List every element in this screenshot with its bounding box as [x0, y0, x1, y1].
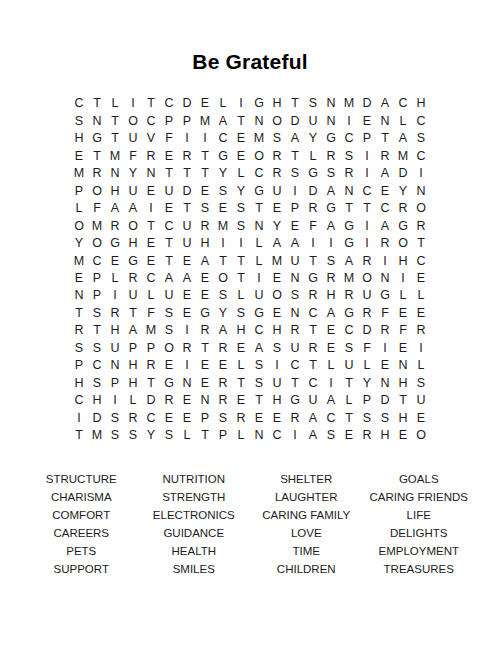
grid-cell-r12c9[interactable]: S — [214, 287, 232, 304]
grid-cell-r7c20[interactable]: O — [412, 200, 430, 217]
grid-cell-r11c5[interactable]: C — [142, 270, 160, 287]
grid-cell-r13c12[interactable]: E — [268, 304, 286, 321]
grid-cell-r5c12[interactable]: R — [268, 165, 286, 182]
grid-cell-r19c1[interactable]: I — [70, 409, 88, 426]
grid-cell-r16c4[interactable]: H — [124, 357, 142, 374]
grid-cell-r9c7[interactable]: U — [178, 235, 196, 252]
grid-cell-r14c19[interactable]: F — [394, 322, 412, 339]
grid-cell-r1c16[interactable]: M — [340, 95, 358, 112]
grid-cell-r4c12[interactable]: R — [268, 147, 286, 164]
grid-cell-r20c13[interactable]: I — [286, 427, 304, 444]
grid-cell-r20c15[interactable]: S — [322, 427, 340, 444]
grid-cell-r4c2[interactable]: T — [88, 147, 106, 164]
grid-cell-r11c13[interactable]: N — [286, 270, 304, 287]
grid-cell-r15c18[interactable]: I — [376, 339, 394, 356]
grid-cell-r14c3[interactable]: H — [106, 322, 124, 339]
grid-cell-r9c6[interactable]: T — [160, 235, 178, 252]
grid-cell-r4c14[interactable]: L — [304, 147, 322, 164]
grid-cell-r14c11[interactable]: C — [250, 322, 268, 339]
grid-cell-r7c10[interactable]: S — [232, 200, 250, 217]
grid-cell-r1c2[interactable]: T — [88, 95, 106, 112]
grid-cell-r16c7[interactable]: I — [178, 357, 196, 374]
grid-cell-r8c7[interactable]: U — [178, 217, 196, 234]
grid-cell-r3c19[interactable]: A — [394, 130, 412, 147]
grid-cell-r8c13[interactable]: E — [286, 217, 304, 234]
grid-cell-r10c17[interactable]: R — [358, 252, 376, 269]
grid-cell-r13c17[interactable]: R — [358, 304, 376, 321]
grid-cell-r17c16[interactable]: T — [340, 374, 358, 391]
grid-cell-r14c15[interactable]: E — [322, 322, 340, 339]
grid-cell-r8c6[interactable]: C — [160, 217, 178, 234]
grid-cell-r12c13[interactable]: S — [286, 287, 304, 304]
grid-cell-r9c9[interactable]: I — [214, 235, 232, 252]
grid-cell-r5c6[interactable]: T — [160, 165, 178, 182]
grid-cell-r20c1[interactable]: T — [70, 427, 88, 444]
grid-cell-r17c17[interactable]: Y — [358, 374, 376, 391]
grid-cell-r16c3[interactable]: N — [106, 357, 124, 374]
grid-cell-r19c16[interactable]: T — [340, 409, 358, 426]
grid-cell-r4c13[interactable]: T — [286, 147, 304, 164]
grid-cell-r2c6[interactable]: P — [160, 112, 178, 129]
grid-cell-r8c19[interactable]: G — [394, 217, 412, 234]
grid-cell-r7c12[interactable]: E — [268, 200, 286, 217]
grid-cell-r6c5[interactable]: E — [142, 182, 160, 199]
grid-cell-r6c4[interactable]: U — [124, 182, 142, 199]
grid-cell-r13c10[interactable]: S — [232, 304, 250, 321]
grid-cell-r12c4[interactable]: U — [124, 287, 142, 304]
grid-cell-r6c1[interactable]: P — [70, 182, 88, 199]
grid-cell-r10c7[interactable]: E — [178, 252, 196, 269]
grid-cell-r5c19[interactable]: D — [394, 165, 412, 182]
grid-cell-r3c4[interactable]: U — [124, 130, 142, 147]
grid-cell-r11c20[interactable]: E — [412, 270, 430, 287]
grid-cell-r5c10[interactable]: L — [232, 165, 250, 182]
grid-cell-r16c9[interactable]: E — [214, 357, 232, 374]
grid-cell-r1c5[interactable]: T — [142, 95, 160, 112]
grid-cell-r2c8[interactable]: M — [196, 112, 214, 129]
grid-cell-r16c14[interactable]: T — [304, 357, 322, 374]
grid-cell-r15c6[interactable]: O — [160, 339, 178, 356]
grid-cell-r19c17[interactable]: S — [358, 409, 376, 426]
grid-cell-r5c17[interactable]: I — [358, 165, 376, 182]
grid-cell-r10c13[interactable]: U — [286, 252, 304, 269]
grid-cell-r10c9[interactable]: T — [214, 252, 232, 269]
grid-cell-r19c8[interactable]: P — [196, 409, 214, 426]
grid-cell-r4c1[interactable]: E — [70, 147, 88, 164]
grid-cell-r13c9[interactable]: Y — [214, 304, 232, 321]
grid-cell-r12c20[interactable]: L — [412, 287, 430, 304]
grid-cell-r18c12[interactable]: H — [268, 392, 286, 409]
grid-cell-r2c20[interactable]: C — [412, 112, 430, 129]
grid-cell-r15c5[interactable]: P — [142, 339, 160, 356]
grid-cell-r7c13[interactable]: P — [286, 200, 304, 217]
grid-cell-r6c17[interactable]: C — [358, 182, 376, 199]
grid-cell-r20c19[interactable]: E — [394, 427, 412, 444]
grid-cell-r8c3[interactable]: R — [106, 217, 124, 234]
grid-cell-r11c16[interactable]: M — [340, 270, 358, 287]
grid-cell-r15c3[interactable]: U — [106, 339, 124, 356]
grid-cell-r16c10[interactable]: L — [232, 357, 250, 374]
grid-cell-r6c2[interactable]: O — [88, 182, 106, 199]
grid-cell-r3c8[interactable]: I — [196, 130, 214, 147]
grid-cell-r6c6[interactable]: U — [160, 182, 178, 199]
grid-cell-r15c14[interactable]: R — [304, 339, 322, 356]
grid-cell-r13c8[interactable]: G — [196, 304, 214, 321]
grid-cell-r11c10[interactable]: T — [232, 270, 250, 287]
grid-cell-r3c1[interactable]: H — [70, 130, 88, 147]
grid-cell-r14c13[interactable]: R — [286, 322, 304, 339]
grid-cell-r16c18[interactable]: E — [376, 357, 394, 374]
grid-cell-r1c4[interactable]: I — [124, 95, 142, 112]
grid-cell-r8c10[interactable]: S — [232, 217, 250, 234]
grid-cell-r7c11[interactable]: T — [250, 200, 268, 217]
grid-cell-r8c4[interactable]: O — [124, 217, 142, 234]
grid-cell-r14c20[interactable]: R — [412, 322, 430, 339]
grid-cell-r4c19[interactable]: M — [394, 147, 412, 164]
grid-cell-r12c16[interactable]: R — [340, 287, 358, 304]
grid-cell-r4c16[interactable]: S — [340, 147, 358, 164]
grid-cell-r19c14[interactable]: A — [304, 409, 322, 426]
grid-cell-r7c17[interactable]: T — [358, 200, 376, 217]
grid-cell-r2c1[interactable]: S — [70, 112, 88, 129]
grid-cell-r2c4[interactable]: O — [124, 112, 142, 129]
grid-cell-r6c9[interactable]: S — [214, 182, 232, 199]
grid-cell-r13c6[interactable]: S — [160, 304, 178, 321]
grid-cell-r3c14[interactable]: Y — [304, 130, 322, 147]
grid-cell-r9c5[interactable]: E — [142, 235, 160, 252]
grid-cell-r1c7[interactable]: D — [178, 95, 196, 112]
grid-cell-r7c4[interactable]: A — [124, 200, 142, 217]
grid-cell-r4c10[interactable]: E — [232, 147, 250, 164]
grid-cell-r15c15[interactable]: E — [322, 339, 340, 356]
grid-cell-r15c11[interactable]: A — [250, 339, 268, 356]
grid-cell-r16c13[interactable]: C — [286, 357, 304, 374]
grid-cell-r7c8[interactable]: S — [196, 200, 214, 217]
grid-cell-r14c6[interactable]: S — [160, 322, 178, 339]
grid-cell-r14c4[interactable]: A — [124, 322, 142, 339]
grid-cell-r10c18[interactable]: I — [376, 252, 394, 269]
grid-cell-r20c5[interactable]: Y — [142, 427, 160, 444]
grid-cell-r10c2[interactable]: C — [88, 252, 106, 269]
grid-cell-r6c15[interactable]: A — [322, 182, 340, 199]
grid-cell-r6c18[interactable]: E — [376, 182, 394, 199]
grid-cell-r8c17[interactable]: I — [358, 217, 376, 234]
grid-cell-r20c18[interactable]: H — [376, 427, 394, 444]
grid-cell-r18c5[interactable]: D — [142, 392, 160, 409]
grid-cell-r2c11[interactable]: N — [250, 112, 268, 129]
grid-cell-r2c10[interactable]: T — [232, 112, 250, 129]
grid-cell-r7c6[interactable]: E — [160, 200, 178, 217]
grid-cell-r6c13[interactable]: I — [286, 182, 304, 199]
grid-cell-r6c20[interactable]: N — [412, 182, 430, 199]
grid-cell-r18c10[interactable]: E — [232, 392, 250, 409]
grid-cell-r20c14[interactable]: A — [304, 427, 322, 444]
grid-cell-r4c17[interactable]: I — [358, 147, 376, 164]
grid-cell-r4c3[interactable]: M — [106, 147, 124, 164]
grid-cell-r18c16[interactable]: L — [340, 392, 358, 409]
grid-cell-r17c10[interactable]: T — [232, 374, 250, 391]
grid-cell-r10c16[interactable]: A — [340, 252, 358, 269]
grid-cell-r1c20[interactable]: H — [412, 95, 430, 112]
grid-cell-r5c15[interactable]: S — [322, 165, 340, 182]
grid-cell-r20c6[interactable]: S — [160, 427, 178, 444]
grid-cell-r12c10[interactable]: L — [232, 287, 250, 304]
grid-cell-r6c8[interactable]: E — [196, 182, 214, 199]
grid-cell-r13c3[interactable]: R — [106, 304, 124, 321]
grid-cell-r3c17[interactable]: P — [358, 130, 376, 147]
grid-cell-r17c14[interactable]: C — [304, 374, 322, 391]
grid-cell-r16c11[interactable]: S — [250, 357, 268, 374]
grid-cell-r9c2[interactable]: O — [88, 235, 106, 252]
grid-cell-r18c1[interactable]: C — [70, 392, 88, 409]
grid-cell-r15c7[interactable]: R — [178, 339, 196, 356]
grid-cell-r1c6[interactable]: C — [160, 95, 178, 112]
grid-cell-r12c5[interactable]: L — [142, 287, 160, 304]
grid-cell-r2c17[interactable]: E — [358, 112, 376, 129]
grid-cell-r10c3[interactable]: E — [106, 252, 124, 269]
grid-cell-r11c7[interactable]: A — [178, 270, 196, 287]
grid-cell-r7c3[interactable]: A — [106, 200, 124, 217]
grid-cell-r14c5[interactable]: M — [142, 322, 160, 339]
grid-cell-r12c11[interactable]: U — [250, 287, 268, 304]
grid-cell-r11c11[interactable]: I — [250, 270, 268, 287]
grid-cell-r9c4[interactable]: H — [124, 235, 142, 252]
grid-cell-r4c6[interactable]: E — [160, 147, 178, 164]
grid-cell-r16c20[interactable]: L — [412, 357, 430, 374]
grid-cell-r5c1[interactable]: M — [70, 165, 88, 182]
grid-cell-r11c4[interactable]: R — [124, 270, 142, 287]
grid-cell-r11c14[interactable]: G — [304, 270, 322, 287]
grid-cell-r1c14[interactable]: S — [304, 95, 322, 112]
grid-cell-r15c20[interactable]: I — [412, 339, 430, 356]
grid-cell-r10c4[interactable]: G — [124, 252, 142, 269]
grid-cell-r10c14[interactable]: T — [304, 252, 322, 269]
grid-cell-r5c18[interactable]: A — [376, 165, 394, 182]
grid-cell-r4c18[interactable]: R — [376, 147, 394, 164]
grid-cell-r14c7[interactable]: I — [178, 322, 196, 339]
grid-cell-r5c7[interactable]: T — [178, 165, 196, 182]
grid-cell-r9c12[interactable]: A — [268, 235, 286, 252]
grid-cell-r4c20[interactable]: C — [412, 147, 430, 164]
grid-cell-r7c19[interactable]: R — [394, 200, 412, 217]
grid-cell-r15c9[interactable]: R — [214, 339, 232, 356]
grid-cell-r3c18[interactable]: T — [376, 130, 394, 147]
grid-cell-r8c2[interactable]: M — [88, 217, 106, 234]
grid-cell-r1c1[interactable]: C — [70, 95, 88, 112]
grid-cell-r4c8[interactable]: T — [196, 147, 214, 164]
grid-cell-r19c15[interactable]: C — [322, 409, 340, 426]
grid-cell-r8c16[interactable]: G — [340, 217, 358, 234]
grid-cell-r19c6[interactable]: E — [160, 409, 178, 426]
grid-cell-r19c10[interactable]: R — [232, 409, 250, 426]
grid-cell-r9c8[interactable]: H — [196, 235, 214, 252]
grid-cell-r16c16[interactable]: U — [340, 357, 358, 374]
grid-cell-r13c13[interactable]: N — [286, 304, 304, 321]
grid-cell-r17c6[interactable]: G — [160, 374, 178, 391]
grid-cell-r16c6[interactable]: E — [160, 357, 178, 374]
grid-cell-r11c2[interactable]: P — [88, 270, 106, 287]
grid-cell-r5c16[interactable]: R — [340, 165, 358, 182]
grid-cell-r1c12[interactable]: H — [268, 95, 286, 112]
grid-cell-r9c16[interactable]: G — [340, 235, 358, 252]
grid-cell-r11c9[interactable]: O — [214, 270, 232, 287]
grid-cell-r10c6[interactable]: T — [160, 252, 178, 269]
grid-cell-r13c14[interactable]: C — [304, 304, 322, 321]
grid-cell-r9c14[interactable]: I — [304, 235, 322, 252]
grid-cell-r13c1[interactable]: T — [70, 304, 88, 321]
grid-cell-r13c19[interactable]: E — [394, 304, 412, 321]
grid-cell-r3c11[interactable]: M — [250, 130, 268, 147]
grid-cell-r6c11[interactable]: G — [250, 182, 268, 199]
grid-cell-r3c13[interactable]: A — [286, 130, 304, 147]
grid-cell-r15c10[interactable]: E — [232, 339, 250, 356]
grid-cell-r3c9[interactable]: C — [214, 130, 232, 147]
grid-cell-r20c7[interactable]: L — [178, 427, 196, 444]
grid-cell-r19c3[interactable]: S — [106, 409, 124, 426]
grid-cell-r3c3[interactable]: T — [106, 130, 124, 147]
grid-cell-r4c11[interactable]: O — [250, 147, 268, 164]
grid-cell-r10c11[interactable]: L — [250, 252, 268, 269]
grid-cell-r9c20[interactable]: T — [412, 235, 430, 252]
grid-cell-r17c1[interactable]: H — [70, 374, 88, 391]
grid-cell-r5c2[interactable]: R — [88, 165, 106, 182]
grid-cell-r16c5[interactable]: R — [142, 357, 160, 374]
grid-cell-r10c12[interactable]: M — [268, 252, 286, 269]
grid-cell-r2c3[interactable]: T — [106, 112, 124, 129]
grid-cell-r18c19[interactable]: T — [394, 392, 412, 409]
grid-cell-r13c20[interactable]: E — [412, 304, 430, 321]
grid-cell-r16c17[interactable]: L — [358, 357, 376, 374]
grid-cell-r2c19[interactable]: L — [394, 112, 412, 129]
grid-cell-r18c11[interactable]: T — [250, 392, 268, 409]
grid-cell-r6c3[interactable]: H — [106, 182, 124, 199]
grid-cell-r19c9[interactable]: S — [214, 409, 232, 426]
grid-cell-r15c2[interactable]: S — [88, 339, 106, 356]
grid-cell-r12c1[interactable]: N — [70, 287, 88, 304]
grid-cell-r6c7[interactable]: D — [178, 182, 196, 199]
grid-cell-r3c7[interactable]: I — [178, 130, 196, 147]
grid-cell-r9c19[interactable]: O — [394, 235, 412, 252]
grid-cell-r2c14[interactable]: U — [304, 112, 322, 129]
grid-cell-r14c17[interactable]: D — [358, 322, 376, 339]
grid-cell-r1c10[interactable]: I — [232, 95, 250, 112]
grid-cell-r17c2[interactable]: S — [88, 374, 106, 391]
grid-cell-r7c16[interactable]: T — [340, 200, 358, 217]
grid-cell-r20c16[interactable]: E — [340, 427, 358, 444]
grid-cell-r2c2[interactable]: N — [88, 112, 106, 129]
grid-cell-r10c1[interactable]: M — [70, 252, 88, 269]
grid-cell-r11c18[interactable]: N — [376, 270, 394, 287]
grid-cell-r12c6[interactable]: U — [160, 287, 178, 304]
grid-cell-r14c18[interactable]: R — [376, 322, 394, 339]
grid-cell-r3c12[interactable]: S — [268, 130, 286, 147]
grid-cell-r14c9[interactable]: A — [214, 322, 232, 339]
grid-cell-r1c9[interactable]: L — [214, 95, 232, 112]
grid-cell-r2c18[interactable]: N — [376, 112, 394, 129]
grid-cell-r5c5[interactable]: N — [142, 165, 160, 182]
grid-cell-r4c4[interactable]: F — [124, 147, 142, 164]
grid-cell-r13c16[interactable]: G — [340, 304, 358, 321]
grid-cell-r19c5[interactable]: C — [142, 409, 160, 426]
grid-cell-r8c18[interactable]: A — [376, 217, 394, 234]
grid-cell-r7c18[interactable]: C — [376, 200, 394, 217]
grid-cell-r18c14[interactable]: U — [304, 392, 322, 409]
grid-cell-r1c18[interactable]: A — [376, 95, 394, 112]
grid-cell-r14c1[interactable]: R — [70, 322, 88, 339]
grid-cell-r12c12[interactable]: O — [268, 287, 286, 304]
grid-cell-r14c8[interactable]: R — [196, 322, 214, 339]
grid-cell-r20c10[interactable]: L — [232, 427, 250, 444]
grid-cell-r15c17[interactable]: F — [358, 339, 376, 356]
grid-cell-r13c2[interactable]: S — [88, 304, 106, 321]
grid-cell-r13c18[interactable]: F — [376, 304, 394, 321]
grid-cell-r20c8[interactable]: T — [196, 427, 214, 444]
grid-cell-r20c3[interactable]: S — [106, 427, 124, 444]
grid-cell-r9c10[interactable]: I — [232, 235, 250, 252]
grid-cell-r20c2[interactable]: M — [88, 427, 106, 444]
grid-cell-r11c3[interactable]: L — [106, 270, 124, 287]
grid-cell-r19c20[interactable]: E — [412, 409, 430, 426]
grid-cell-r7c1[interactable]: L — [70, 200, 88, 217]
grid-cell-r5c8[interactable]: T — [196, 165, 214, 182]
grid-cell-r11c17[interactable]: O — [358, 270, 376, 287]
grid-cell-r3c15[interactable]: G — [322, 130, 340, 147]
grid-cell-r5c9[interactable]: Y — [214, 165, 232, 182]
grid-cell-r13c4[interactable]: T — [124, 304, 142, 321]
grid-cell-r17c5[interactable]: T — [142, 374, 160, 391]
grid-cell-r18c9[interactable]: R — [214, 392, 232, 409]
grid-cell-r15c16[interactable]: S — [340, 339, 358, 356]
grid-cell-r13c15[interactable]: A — [322, 304, 340, 321]
grid-cell-r20c11[interactable]: N — [250, 427, 268, 444]
grid-cell-r6c16[interactable]: N — [340, 182, 358, 199]
grid-cell-r9c17[interactable]: I — [358, 235, 376, 252]
grid-cell-r6c12[interactable]: U — [268, 182, 286, 199]
grid-cell-r2c12[interactable]: O — [268, 112, 286, 129]
grid-cell-r17c15[interactable]: I — [322, 374, 340, 391]
grid-cell-r20c17[interactable]: R — [358, 427, 376, 444]
grid-cell-r18c17[interactable]: P — [358, 392, 376, 409]
grid-cell-r9c18[interactable]: R — [376, 235, 394, 252]
grid-cell-r19c11[interactable]: E — [250, 409, 268, 426]
grid-cell-r18c2[interactable]: H — [88, 392, 106, 409]
grid-cell-r16c12[interactable]: I — [268, 357, 286, 374]
grid-cell-r18c18[interactable]: D — [376, 392, 394, 409]
grid-cell-r9c1[interactable]: Y — [70, 235, 88, 252]
grid-cell-r14c12[interactable]: H — [268, 322, 286, 339]
grid-cell-r7c14[interactable]: R — [304, 200, 322, 217]
grid-cell-r15c4[interactable]: P — [124, 339, 142, 356]
grid-cell-r12c15[interactable]: H — [322, 287, 340, 304]
grid-cell-r6c19[interactable]: Y — [394, 182, 412, 199]
grid-cell-r12c7[interactable]: E — [178, 287, 196, 304]
grid-cell-r10c20[interactable]: C — [412, 252, 430, 269]
grid-cell-r17c9[interactable]: R — [214, 374, 232, 391]
grid-cell-r12c8[interactable]: E — [196, 287, 214, 304]
grid-cell-r7c2[interactable]: F — [88, 200, 106, 217]
grid-cell-r5c20[interactable]: I — [412, 165, 430, 182]
grid-cell-r5c13[interactable]: S — [286, 165, 304, 182]
grid-cell-r17c12[interactable]: U — [268, 374, 286, 391]
grid-cell-r14c14[interactable]: T — [304, 322, 322, 339]
grid-cell-r17c18[interactable]: N — [376, 374, 394, 391]
grid-cell-r9c13[interactable]: A — [286, 235, 304, 252]
grid-cell-r16c1[interactable]: P — [70, 357, 88, 374]
grid-cell-r1c17[interactable]: D — [358, 95, 376, 112]
grid-cell-r18c13[interactable]: G — [286, 392, 304, 409]
grid-cell-r10c8[interactable]: A — [196, 252, 214, 269]
grid-cell-r16c15[interactable]: L — [322, 357, 340, 374]
